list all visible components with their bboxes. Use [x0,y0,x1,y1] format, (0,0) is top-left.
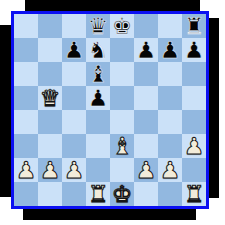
square-b5[interactable]: ♛ [38,86,62,110]
square-c6[interactable] [62,62,86,86]
square-e1[interactable]: ♚ [110,182,134,206]
square-h2[interactable] [182,158,206,182]
square-a2[interactable]: ♟ [14,158,38,182]
square-c1[interactable] [62,182,86,206]
square-a1[interactable] [14,182,38,206]
square-g2[interactable]: ♟ [158,158,182,182]
piece-white-pawn[interactable]: ♟ [64,158,85,182]
square-b2[interactable]: ♟ [38,158,62,182]
piece-white-pawn[interactable]: ♟ [160,158,181,182]
square-d2[interactable] [86,158,110,182]
square-e3[interactable]: ♝ [110,134,134,158]
piece-black-pawn[interactable]: ♟ [64,38,85,62]
square-a4[interactable] [14,110,38,134]
piece-black-queen[interactable]: ♛ [88,14,109,38]
square-c3[interactable] [62,134,86,158]
square-d6[interactable]: ♝ [86,62,110,86]
square-g1[interactable] [158,182,182,206]
square-h7[interactable]: ♟ [182,38,206,62]
square-b3[interactable] [38,134,62,158]
square-d1[interactable]: ♜ [86,182,110,206]
square-h5[interactable] [182,86,206,110]
square-g5[interactable] [158,86,182,110]
square-b8[interactable] [38,14,62,38]
square-e6[interactable] [110,62,134,86]
square-a3[interactable] [14,134,38,158]
square-d3[interactable] [86,134,110,158]
square-h3[interactable]: ♟ [182,134,206,158]
square-b4[interactable] [38,110,62,134]
square-f4[interactable] [134,110,158,134]
piece-white-king[interactable]: ♚ [112,182,133,206]
chess-board: ♛♚♜♟♞♟♟♟♝♛♟♝♟♟♟♟♟♟♜♚♜ [14,14,206,206]
piece-white-rook[interactable]: ♜ [184,182,205,206]
square-e5[interactable] [110,86,134,110]
square-c8[interactable] [62,14,86,38]
chess-diagram: ♛♚♜♟♞♟♟♟♝♛♟♝♟♟♟♟♟♟♜♚♜ [0,0,225,225]
square-a8[interactable] [14,14,38,38]
piece-black-pawn[interactable]: ♟ [160,38,181,62]
square-d4[interactable] [86,110,110,134]
square-h8[interactable]: ♜ [182,14,206,38]
square-c2[interactable]: ♟ [62,158,86,182]
square-d8[interactable]: ♛ [86,14,110,38]
square-f3[interactable] [134,134,158,158]
square-h1[interactable]: ♜ [182,182,206,206]
piece-black-king[interactable]: ♚ [112,14,133,38]
square-f6[interactable] [134,62,158,86]
piece-white-pawn[interactable]: ♟ [40,158,61,182]
piece-white-queen[interactable]: ♛ [40,86,61,110]
square-b7[interactable] [38,38,62,62]
square-e7[interactable] [110,38,134,62]
square-c7[interactable]: ♟ [62,38,86,62]
piece-white-rook[interactable]: ♜ [88,182,109,206]
square-g4[interactable] [158,110,182,134]
piece-white-pawn[interactable]: ♟ [16,158,37,182]
square-f8[interactable] [134,14,158,38]
square-g7[interactable]: ♟ [158,38,182,62]
square-e4[interactable] [110,110,134,134]
square-f7[interactable]: ♟ [134,38,158,62]
square-f1[interactable] [134,182,158,206]
piece-black-pawn[interactable]: ♟ [136,38,157,62]
square-e8[interactable]: ♚ [110,14,134,38]
piece-white-pawn[interactable]: ♟ [184,134,205,158]
piece-white-bishop[interactable]: ♝ [112,134,133,158]
square-g3[interactable] [158,134,182,158]
square-g6[interactable] [158,62,182,86]
square-f5[interactable] [134,86,158,110]
square-a6[interactable] [14,62,38,86]
square-e2[interactable] [110,158,134,182]
square-h6[interactable] [182,62,206,86]
piece-black-knight[interactable]: ♞ [88,38,109,62]
piece-black-bishop[interactable]: ♝ [88,62,109,86]
square-a7[interactable] [14,38,38,62]
square-d5[interactable]: ♟ [86,86,110,110]
square-b1[interactable] [38,182,62,206]
square-d7[interactable]: ♞ [86,38,110,62]
piece-black-pawn[interactable]: ♟ [88,86,109,110]
board-frame: ♛♚♜♟♞♟♟♟♝♛♟♝♟♟♟♟♟♟♜♚♜ [11,11,209,209]
square-c5[interactable] [62,86,86,110]
square-a5[interactable] [14,86,38,110]
piece-white-pawn[interactable]: ♟ [136,158,157,182]
piece-black-rook[interactable]: ♜ [184,14,205,38]
square-h4[interactable] [182,110,206,134]
square-b6[interactable] [38,62,62,86]
square-g8[interactable] [158,14,182,38]
square-f2[interactable]: ♟ [134,158,158,182]
square-c4[interactable] [62,110,86,134]
piece-black-pawn[interactable]: ♟ [184,38,205,62]
